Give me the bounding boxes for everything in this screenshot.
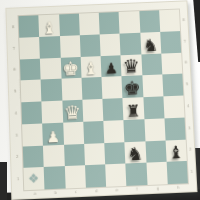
photo-of-chessboard: ❖♝♞♚♝♟♛♚♛♜♟♞♝ –––––––– abcdefgh887766554… xyxy=(0,0,200,200)
rank-label-right-6: 6 xyxy=(185,61,188,65)
rank-label-right-1: 1 xyxy=(190,170,193,174)
rank-label-right-2: 2 xyxy=(189,148,192,152)
square-g3[interactable] xyxy=(144,118,165,141)
white-pawn[interactable]: ♟ xyxy=(42,113,63,145)
square-a7[interactable] xyxy=(19,37,40,59)
rank-label-left-7: 7 xyxy=(13,46,16,50)
square-f8[interactable] xyxy=(119,11,140,33)
black-pawn[interactable]: ♟ xyxy=(100,46,121,77)
rank-label-right-5: 5 xyxy=(186,82,189,86)
rank-label-left-4: 4 xyxy=(15,111,18,115)
square-g6[interactable] xyxy=(141,53,162,75)
square-d1[interactable] xyxy=(85,165,106,188)
rank-label-left-2: 2 xyxy=(16,155,19,159)
rank-label-right-8: 8 xyxy=(182,18,185,22)
file-label-e: e xyxy=(115,188,118,192)
square-d4[interactable] xyxy=(82,99,103,122)
square-a2[interactable] xyxy=(23,145,44,168)
square-e4[interactable] xyxy=(102,98,123,121)
rank-label-right-4: 4 xyxy=(187,104,190,108)
square-d3[interactable] xyxy=(83,121,104,144)
square-h8[interactable] xyxy=(159,10,180,32)
rank-label-left-8: 8 xyxy=(12,25,15,29)
black-bishop[interactable]: ♝ xyxy=(165,130,187,162)
square-a4[interactable] xyxy=(21,101,42,124)
square-a8[interactable] xyxy=(19,15,40,37)
square-h4[interactable] xyxy=(163,96,184,119)
square-b2[interactable] xyxy=(43,144,64,167)
square-d5[interactable] xyxy=(81,77,102,100)
square-h6[interactable] xyxy=(161,52,182,74)
square-c8[interactable] xyxy=(59,14,80,36)
black-rook[interactable]: ♜ xyxy=(122,88,144,120)
square-d2[interactable] xyxy=(84,143,105,166)
file-label-h: h xyxy=(177,186,180,190)
file-label-g: g xyxy=(156,187,159,191)
square-h5[interactable] xyxy=(162,74,183,97)
square-e5[interactable] xyxy=(101,76,122,99)
square-g5[interactable] xyxy=(142,75,163,98)
vinyl-chess-mat: ❖♝♞♚♝♟♛♚♛♜♟♞♝ –––––––– abcdefgh887766554… xyxy=(5,0,197,200)
backdrop-shadow-left xyxy=(0,162,7,200)
square-g2[interactable] xyxy=(145,140,166,163)
square-b7[interactable] xyxy=(39,36,60,58)
square-a1[interactable] xyxy=(24,167,45,190)
white-king[interactable]: ♚ xyxy=(60,48,81,79)
white-queen[interactable]: ♛ xyxy=(62,91,83,123)
square-e3[interactable] xyxy=(103,120,124,143)
square-g1[interactable] xyxy=(146,162,167,185)
white-bishop[interactable]: ♝ xyxy=(80,47,101,78)
square-a3[interactable] xyxy=(22,123,43,146)
black-knight[interactable]: ♞ xyxy=(139,23,161,54)
rank-label-left-5: 5 xyxy=(14,90,17,94)
square-c3[interactable] xyxy=(63,122,84,145)
rank-label-left-6: 6 xyxy=(13,68,16,72)
square-b5[interactable] xyxy=(41,79,62,102)
file-label-b: b xyxy=(54,191,57,195)
file-label-a: a xyxy=(34,192,37,196)
rank-label-left-3: 3 xyxy=(15,133,18,137)
file-label-f: f xyxy=(136,187,138,191)
square-a5[interactable] xyxy=(21,80,42,103)
file-label-c: c xyxy=(74,190,76,194)
rank-label-right-3: 3 xyxy=(188,126,191,130)
white-bishop[interactable]: ♝ xyxy=(38,6,59,37)
rank-label-left-1: 1 xyxy=(17,177,20,181)
square-g4[interactable] xyxy=(143,96,164,119)
square-d8[interactable] xyxy=(79,13,100,35)
square-e2[interactable] xyxy=(104,142,125,165)
square-e1[interactable] xyxy=(105,164,126,187)
square-a6[interactable] xyxy=(20,58,41,80)
square-h7[interactable] xyxy=(160,31,181,53)
square-c2[interactable] xyxy=(64,143,85,166)
square-b1[interactable] xyxy=(44,166,65,189)
square-b6[interactable] xyxy=(40,57,61,79)
file-label-d: d xyxy=(95,189,98,193)
square-c1[interactable] xyxy=(64,165,85,188)
black-knight[interactable]: ♞ xyxy=(124,132,146,164)
rank-label-right-7: 7 xyxy=(183,39,186,43)
square-h1[interactable] xyxy=(166,161,188,184)
square-e8[interactable] xyxy=(99,12,120,34)
square-f1[interactable] xyxy=(126,163,147,186)
